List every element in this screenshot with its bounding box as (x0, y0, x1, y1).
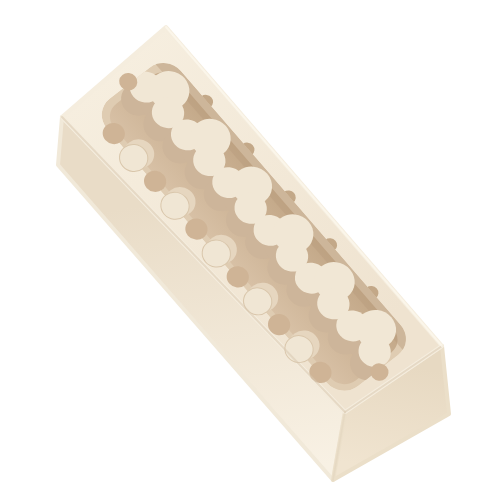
mold (58, 27, 449, 480)
silicone-mold-illustration (0, 0, 500, 500)
product-photo (0, 0, 500, 500)
